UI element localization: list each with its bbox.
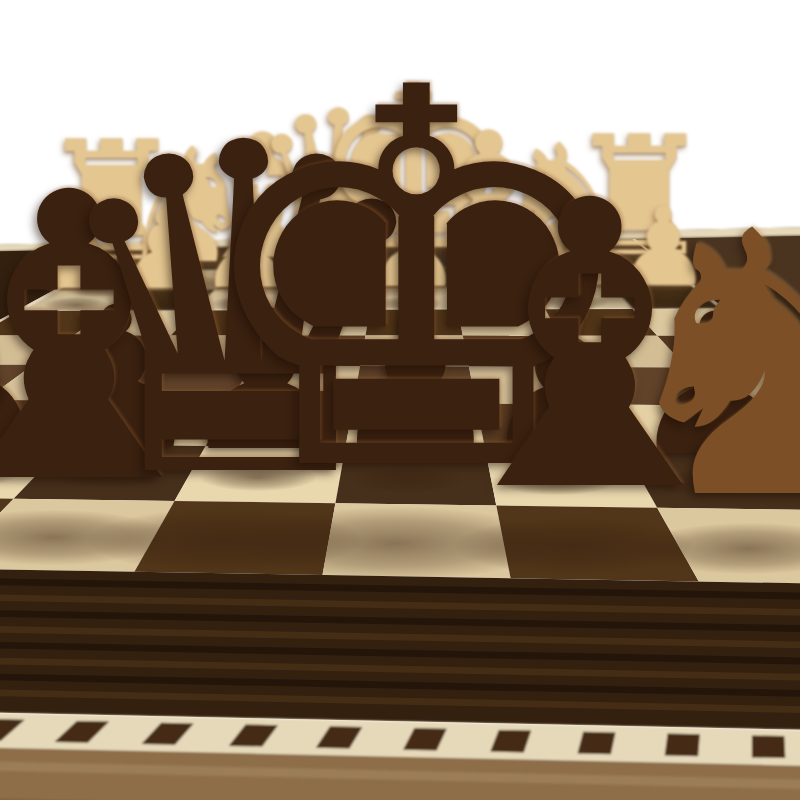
pieces-layer: ♜♞♝♛♚♝♞♜♟♟♟♟♟♟♟♟♟♟♟♟♟♟♟♞♝♛♚♝♞♜ — [0, 0, 800, 800]
chess-board-photo: ♜♞♝♛♚♝♞♜♟♟♟♟♟♟♟♟♟♟♟♟♟♟♟♞♝♛♚♝♞♜ — [0, 0, 800, 800]
piece-dark-rook-a8: ♜ — [766, 169, 800, 551]
